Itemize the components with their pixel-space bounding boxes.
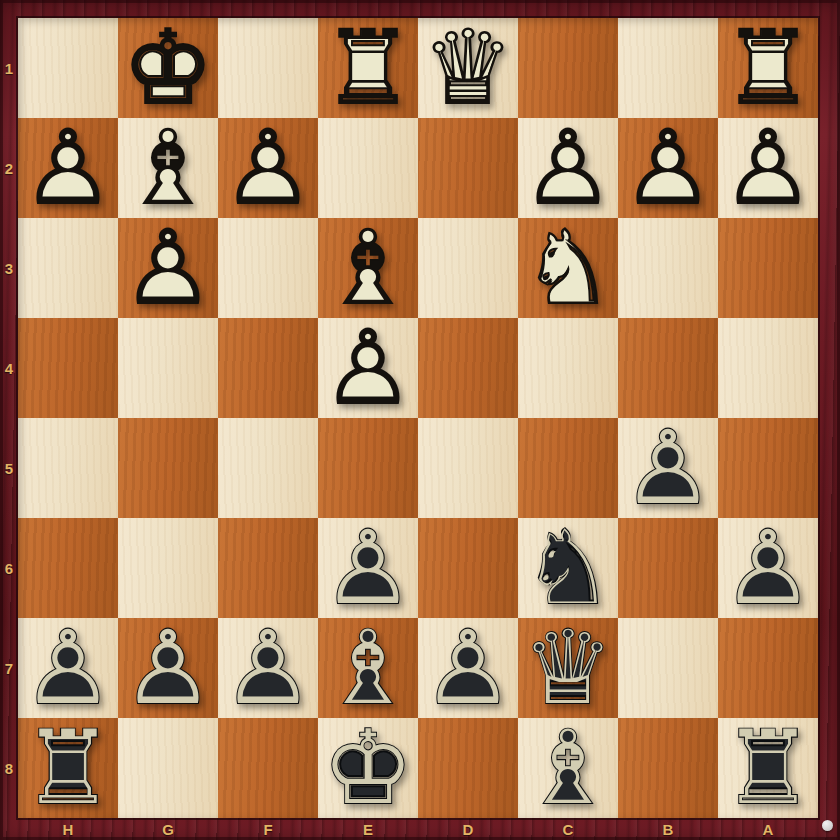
square-c2[interactable]: ♟♙	[518, 118, 618, 218]
square-h1[interactable]	[18, 18, 118, 118]
file-label-d: D	[418, 818, 518, 840]
file-label-e: E	[318, 818, 418, 840]
white-pawn[interactable]: ♟♙	[18, 118, 118, 218]
square-c7[interactable]: ♛♕	[518, 618, 618, 718]
square-d1[interactable]: ♛♕	[418, 18, 518, 118]
square-d7[interactable]: ♟♙	[418, 618, 518, 718]
square-e1[interactable]: ♜♖	[318, 18, 418, 118]
square-a2[interactable]: ♟♙	[718, 118, 818, 218]
white-pawn[interactable]: ♟♙	[118, 218, 218, 318]
rank-label-5: 5	[0, 418, 18, 518]
file-label-g: G	[118, 818, 218, 840]
pawn-glyph-outline: ♙	[618, 418, 718, 518]
rank-label-2: 2	[0, 118, 18, 218]
black-pawn[interactable]: ♟♙	[118, 618, 218, 718]
chess-board: ♚♔♜♖♛♕♜♖♟♙♝♗♟♙♟♙♟♙♟♙♟♙♝♗♞♘♟♙♟♙♟♙♞♘♟♙♟♙♟♙…	[18, 18, 818, 818]
square-b4[interactable]	[618, 318, 718, 418]
pawn-glyph-outline: ♙	[318, 518, 418, 618]
pawn-glyph-outline: ♙	[18, 618, 118, 718]
black-king[interactable]: ♚♔	[318, 718, 418, 818]
board-frame: ♚♔♜♖♛♕♜♖♟♙♝♗♟♙♟♙♟♙♟♙♟♙♝♗♞♘♟♙♟♙♟♙♞♘♟♙♟♙♟♙…	[0, 0, 840, 840]
black-pawn[interactable]: ♟♙	[218, 618, 318, 718]
square-e2[interactable]	[318, 118, 418, 218]
square-c1[interactable]	[518, 18, 618, 118]
square-b3[interactable]	[618, 218, 718, 318]
square-g7[interactable]: ♟♙	[118, 618, 218, 718]
rook-glyph-outline: ♖	[718, 718, 818, 818]
square-b8[interactable]	[618, 718, 718, 818]
square-c6[interactable]: ♞♘	[518, 518, 618, 618]
rank-label-7: 7	[0, 618, 18, 718]
square-d5[interactable]	[418, 418, 518, 518]
white-queen[interactable]: ♛♕	[418, 18, 518, 118]
pawn-glyph-outline: ♙	[218, 618, 318, 718]
black-knight[interactable]: ♞♘	[518, 518, 618, 618]
bishop-glyph-outline: ♗	[318, 618, 418, 718]
pawn-glyph-outline: ♙	[118, 618, 218, 718]
rank-label-6: 6	[0, 518, 18, 618]
square-f5[interactable]	[218, 418, 318, 518]
square-c8[interactable]: ♝♗	[518, 718, 618, 818]
white-pawn[interactable]: ♟♙	[518, 118, 618, 218]
square-d4[interactable]	[418, 318, 518, 418]
pawn-glyph-outline: ♙	[218, 118, 318, 218]
white-pawn[interactable]: ♟♙	[318, 318, 418, 418]
square-e6[interactable]: ♟♙	[318, 518, 418, 618]
square-e4[interactable]: ♟♙	[318, 318, 418, 418]
square-h8[interactable]: ♜♖	[18, 718, 118, 818]
square-b7[interactable]	[618, 618, 718, 718]
square-d8[interactable]	[418, 718, 518, 818]
square-a4[interactable]	[718, 318, 818, 418]
square-c5[interactable]	[518, 418, 618, 518]
black-pawn[interactable]: ♟♙	[618, 418, 718, 518]
square-h4[interactable]	[18, 318, 118, 418]
pawn-glyph-outline: ♙	[18, 118, 118, 218]
square-c4[interactable]	[518, 318, 618, 418]
square-h5[interactable]	[18, 418, 118, 518]
file-label-h: H	[18, 818, 118, 840]
square-b6[interactable]	[618, 518, 718, 618]
black-pawn[interactable]: ♟♙	[418, 618, 518, 718]
square-e5[interactable]	[318, 418, 418, 518]
square-f1[interactable]	[218, 18, 318, 118]
black-pawn[interactable]: ♟♙	[718, 518, 818, 618]
pawn-glyph-outline: ♙	[118, 218, 218, 318]
queen-glyph-outline: ♕	[518, 618, 618, 718]
square-h6[interactable]	[18, 518, 118, 618]
white-knight[interactable]: ♞♘	[518, 218, 618, 318]
file-label-a: A	[718, 818, 818, 840]
rook-glyph-outline: ♖	[18, 718, 118, 818]
square-f7[interactable]: ♟♙	[218, 618, 318, 718]
white-pawn[interactable]: ♟♙	[218, 118, 318, 218]
square-a7[interactable]	[718, 618, 818, 718]
square-g4[interactable]	[118, 318, 218, 418]
square-a8[interactable]: ♜♖	[718, 718, 818, 818]
square-e7[interactable]: ♝♗	[318, 618, 418, 718]
square-a5[interactable]	[718, 418, 818, 518]
square-b1[interactable]	[618, 18, 718, 118]
file-label-b: B	[618, 818, 718, 840]
square-h2[interactable]: ♟♙	[18, 118, 118, 218]
black-rook[interactable]: ♜♖	[718, 718, 818, 818]
pawn-glyph-outline: ♙	[718, 518, 818, 618]
rank-label-8: 8	[0, 718, 18, 818]
pawn-glyph-outline: ♙	[718, 118, 818, 218]
rank-label-4: 4	[0, 318, 18, 418]
knight-glyph-outline: ♘	[518, 218, 618, 318]
square-d2[interactable]	[418, 118, 518, 218]
square-e8[interactable]: ♚♔	[318, 718, 418, 818]
square-c3[interactable]: ♞♘	[518, 218, 618, 318]
white-rook[interactable]: ♜♖	[718, 18, 818, 118]
pawn-glyph-outline: ♙	[518, 118, 618, 218]
black-pawn[interactable]: ♟♙	[318, 518, 418, 618]
square-g3[interactable]: ♟♙	[118, 218, 218, 318]
file-label-f: F	[218, 818, 318, 840]
knight-glyph-outline: ♘	[518, 518, 618, 618]
bishop-glyph-outline: ♗	[118, 118, 218, 218]
white-bishop[interactable]: ♝♗	[118, 118, 218, 218]
square-a3[interactable]	[718, 218, 818, 318]
king-glyph-outline: ♔	[118, 18, 218, 118]
square-e3[interactable]: ♝♗	[318, 218, 418, 318]
square-f2[interactable]: ♟♙	[218, 118, 318, 218]
pawn-glyph-outline: ♙	[318, 318, 418, 418]
rook-glyph-outline: ♖	[318, 18, 418, 118]
square-g1[interactable]: ♚♔	[118, 18, 218, 118]
white-bishop[interactable]: ♝♗	[318, 218, 418, 318]
square-f8[interactable]	[218, 718, 318, 818]
black-bishop[interactable]: ♝♗	[318, 618, 418, 718]
white-pawn[interactable]: ♟♙	[618, 118, 718, 218]
square-a1[interactable]: ♜♖	[718, 18, 818, 118]
square-d3[interactable]	[418, 218, 518, 318]
pawn-glyph-outline: ♙	[618, 118, 718, 218]
square-d6[interactable]	[418, 518, 518, 618]
white-rook[interactable]: ♜♖	[318, 18, 418, 118]
square-g6[interactable]	[118, 518, 218, 618]
rank-label-1: 1	[0, 18, 18, 118]
white-king[interactable]: ♚♔	[118, 18, 218, 118]
square-a6[interactable]: ♟♙	[718, 518, 818, 618]
bishop-glyph-outline: ♗	[518, 718, 618, 818]
king-glyph-outline: ♔	[318, 718, 418, 818]
rank-label-3: 3	[0, 218, 18, 318]
square-g2[interactable]: ♝♗	[118, 118, 218, 218]
square-b2[interactable]: ♟♙	[618, 118, 718, 218]
square-f6[interactable]	[218, 518, 318, 618]
pawn-glyph-outline: ♙	[418, 618, 518, 718]
move-indicator-dot	[822, 820, 833, 831]
square-g8[interactable]	[118, 718, 218, 818]
rook-glyph-outline: ♖	[718, 18, 818, 118]
black-bishop[interactable]: ♝♗	[518, 718, 618, 818]
square-f3[interactable]	[218, 218, 318, 318]
bishop-glyph-outline: ♗	[318, 218, 418, 318]
black-pawn[interactable]: ♟♙	[18, 618, 118, 718]
black-rook[interactable]: ♜♖	[18, 718, 118, 818]
black-queen[interactable]: ♛♕	[518, 618, 618, 718]
square-h3[interactable]	[18, 218, 118, 318]
square-g5[interactable]	[118, 418, 218, 518]
queen-glyph-outline: ♕	[418, 18, 518, 118]
square-h7[interactable]: ♟♙	[18, 618, 118, 718]
file-label-c: C	[518, 818, 618, 840]
square-f4[interactable]	[218, 318, 318, 418]
square-b5[interactable]: ♟♙	[618, 418, 718, 518]
white-pawn[interactable]: ♟♙	[718, 118, 818, 218]
